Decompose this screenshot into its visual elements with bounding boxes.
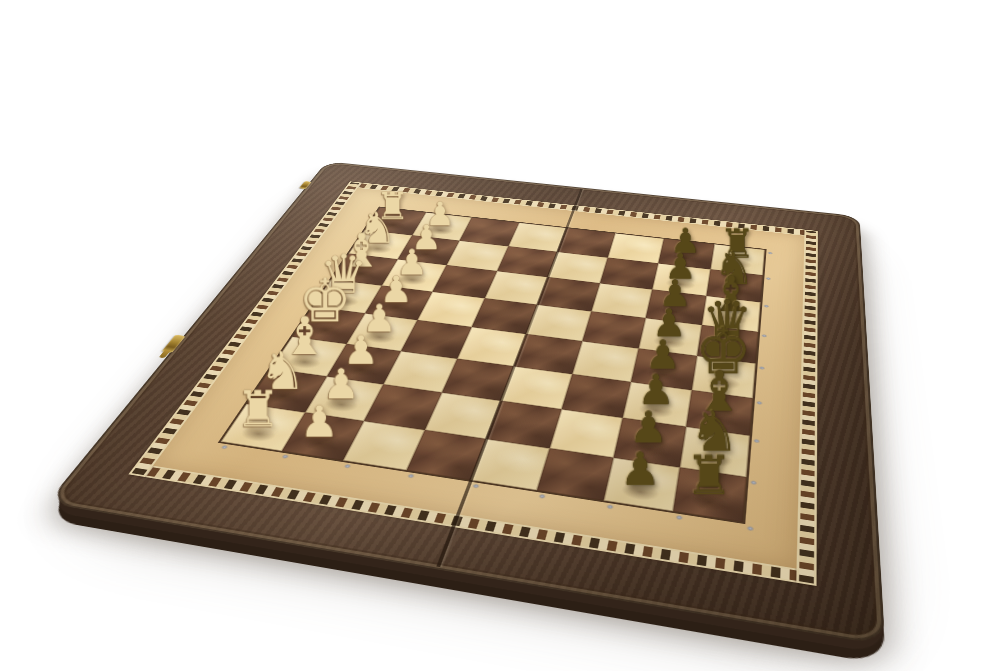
folding-chess-board: ♜♟♟♜♞♟♟♞♝♟♟♝♛♟♟♛♚♟♟♚♝♟♟♝♞♟♟♞♜♟♟♜ [46, 161, 885, 645]
white-pawn-glyph: ♟ [300, 399, 339, 442]
white-rook-glyph: ♜ [236, 384, 281, 434]
square-b6[interactable] [599, 257, 658, 289]
product-photo-scene: Product photo of a folding walnut chess … [40, 16, 960, 655]
black-pawn-glyph: ♟ [620, 446, 661, 492]
square-a3[interactable] [460, 217, 519, 245]
black-rook-glyph: ♜ [685, 448, 733, 502]
